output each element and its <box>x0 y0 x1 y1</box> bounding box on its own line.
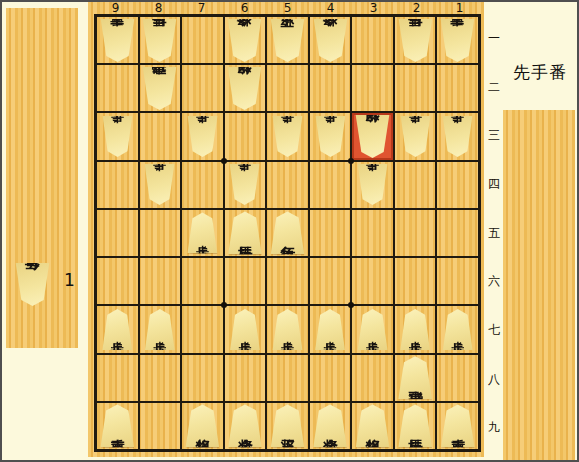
square-93[interactable]: 歩兵 <box>96 112 139 160</box>
square-28[interactable]: 飛車 <box>394 354 437 402</box>
piece-sente-金将-69[interactable]: 金将 <box>227 404 262 447</box>
piece-kanji: 香車 <box>110 425 125 427</box>
piece-kanji: 金将 <box>237 425 252 427</box>
shogi-board: 987654321 香車桂馬金将王将金将桂馬香車飛車銀将歩兵歩兵歩兵歩兵銀将歩兵… <box>88 2 484 457</box>
piece-kanji: 歩兵 <box>409 136 422 138</box>
square-86[interactable] <box>139 257 182 305</box>
square-24[interactable] <box>394 161 437 209</box>
square-67[interactable]: 歩兵 <box>224 305 267 353</box>
square-12[interactable] <box>436 64 479 112</box>
piece-kanji: 王将 <box>280 39 295 41</box>
square-88[interactable] <box>139 354 182 402</box>
piece-kanji: 歩兵 <box>238 184 251 186</box>
square-41[interactable]: 金将 <box>309 16 352 64</box>
square-22[interactable] <box>394 64 437 112</box>
square-98[interactable] <box>96 354 139 402</box>
square-16[interactable] <box>436 257 479 305</box>
piece-kanji: 桂馬 <box>237 232 252 234</box>
square-34[interactable]: 歩兵 <box>351 161 394 209</box>
square-78[interactable] <box>181 354 224 402</box>
piece-kanji: 歩兵 <box>153 328 166 330</box>
piece-kanji: 銀将 <box>365 425 380 427</box>
square-52[interactable] <box>266 64 309 112</box>
rank-label-9: 九 <box>484 403 504 452</box>
piece-sente-香車-99[interactable]: 香車 <box>100 404 135 447</box>
square-59[interactable]: 玉将 <box>266 402 309 450</box>
gote-hand-piece-count: 1 <box>64 270 75 290</box>
square-94[interactable] <box>96 161 139 209</box>
square-53[interactable]: 歩兵 <box>266 112 309 160</box>
piece-kanji: 歩兵 <box>409 328 422 330</box>
square-47[interactable]: 歩兵 <box>309 305 352 353</box>
square-82[interactable]: 飛車 <box>139 64 182 112</box>
piece-gote-香車-91[interactable]: 香車 <box>100 19 135 62</box>
piece-kanji: 玉将 <box>280 425 295 427</box>
piece-kanji: 銀将 <box>237 87 252 89</box>
piece-kanji: 歩兵 <box>111 328 124 330</box>
piece-sente-飛車-28[interactable]: 飛車 <box>398 356 433 399</box>
piece-gote-銀将-33[interactable]: 銀将 <box>355 115 390 158</box>
piece-gote-歩兵-53[interactable]: 歩兵 <box>272 116 303 157</box>
piece-gote-歩兵-93[interactable]: 歩兵 <box>102 116 133 157</box>
square-81[interactable]: 桂馬 <box>139 16 182 64</box>
piece-sente-歩兵-75[interactable]: 歩兵 <box>187 212 218 253</box>
square-84[interactable]: 歩兵 <box>139 161 182 209</box>
square-13[interactable]: 歩兵 <box>436 112 479 160</box>
piece-kanji: 香車 <box>450 39 465 41</box>
square-23[interactable]: 歩兵 <box>394 112 437 160</box>
square-57[interactable]: 歩兵 <box>266 305 309 353</box>
piece-sente-歩兵-57[interactable]: 歩兵 <box>272 309 303 350</box>
square-96[interactable] <box>96 257 139 305</box>
piece-sente-銀将-39[interactable]: 銀将 <box>355 404 390 447</box>
square-45[interactable] <box>309 209 352 257</box>
piece-gote-金将-61[interactable]: 金将 <box>227 19 262 62</box>
piece-kanji: 歩兵 <box>281 328 294 330</box>
piece-sente-角行-55[interactable]: 角行 <box>270 211 305 254</box>
shogi-app-window: 角行 1 987654321 香車桂馬金将王将金将桂馬香車飛車銀将歩兵歩兵歩兵歩… <box>0 0 579 462</box>
square-55[interactable]: 角行 <box>266 209 309 257</box>
square-68[interactable] <box>224 354 267 402</box>
piece-sente-歩兵-47[interactable]: 歩兵 <box>315 309 346 350</box>
piece-kanji: 歩兵 <box>111 136 124 138</box>
square-73[interactable]: 歩兵 <box>181 112 224 160</box>
square-54[interactable] <box>266 161 309 209</box>
square-75[interactable]: 歩兵 <box>181 209 224 257</box>
square-62[interactable]: 銀将 <box>224 64 267 112</box>
square-39[interactable]: 銀将 <box>351 402 394 450</box>
piece-kanji: 銀将 <box>195 425 210 427</box>
square-36[interactable] <box>351 257 394 305</box>
piece-kanji: 角行 <box>280 232 295 234</box>
piece-kanji: 銀将 <box>365 136 380 138</box>
sente-captured-piece-stand <box>503 110 575 460</box>
square-79[interactable]: 銀将 <box>181 402 224 450</box>
piece-kanji: 飛車 <box>408 377 423 379</box>
piece-kanji: 歩兵 <box>238 328 251 330</box>
piece-gote-歩兵-64[interactable]: 歩兵 <box>229 164 260 205</box>
piece-gote-王将-51[interactable]: 王将 <box>270 19 305 62</box>
square-83[interactable] <box>139 112 182 160</box>
square-35[interactable] <box>351 209 394 257</box>
piece-sente-香車-19[interactable]: 香車 <box>440 404 475 447</box>
square-43[interactable]: 歩兵 <box>309 112 352 160</box>
rank-label-8: 八 <box>484 355 504 404</box>
square-66[interactable] <box>224 257 267 305</box>
piece-gote-歩兵-23[interactable]: 歩兵 <box>400 116 431 157</box>
square-46[interactable] <box>309 257 352 305</box>
piece-gote-歩兵-73[interactable]: 歩兵 <box>187 116 218 157</box>
rank-label-1: 一 <box>484 14 504 63</box>
piece-gote-桂馬-21[interactable]: 桂馬 <box>398 19 433 62</box>
square-74[interactable] <box>181 161 224 209</box>
piece-kanji: 金将 <box>237 39 252 41</box>
piece-gote-歩兵-84[interactable]: 歩兵 <box>144 164 175 205</box>
square-17[interactable]: 歩兵 <box>436 305 479 353</box>
square-71[interactable] <box>181 16 224 64</box>
square-89[interactable] <box>139 402 182 450</box>
piece-kanji: 桂馬 <box>408 425 423 427</box>
square-15[interactable] <box>436 209 479 257</box>
piece-kanji: 金将 <box>323 39 338 41</box>
square-64[interactable]: 歩兵 <box>224 161 267 209</box>
piece-kanji: 飛車 <box>152 87 167 89</box>
square-33[interactable]: 銀将 <box>351 112 394 160</box>
piece-gote-桂馬-81[interactable]: 桂馬 <box>142 19 177 62</box>
piece-kanji: 歩兵 <box>366 328 379 330</box>
rank-label-4: 四 <box>484 160 504 209</box>
piece-kanji: 桂馬 <box>408 39 423 41</box>
square-85[interactable] <box>139 209 182 257</box>
square-69[interactable]: 金将 <box>224 402 267 450</box>
square-49[interactable]: 金将 <box>309 402 352 450</box>
piece-kanji: 桂馬 <box>152 39 167 41</box>
piece-kanji: 歩兵 <box>196 232 209 234</box>
square-76[interactable] <box>181 257 224 305</box>
hoshi-dot-1 <box>221 158 227 164</box>
piece-kanji: 歩兵 <box>451 136 464 138</box>
square-42[interactable] <box>309 64 352 112</box>
rank-label-3: 三 <box>484 111 504 160</box>
square-26[interactable] <box>394 257 437 305</box>
piece-sente-桂馬-29[interactable]: 桂馬 <box>398 404 433 447</box>
piece-kanji: 歩兵 <box>281 136 294 138</box>
piece-kanji: 香車 <box>110 39 125 41</box>
piece-gote-歩兵-13[interactable]: 歩兵 <box>442 116 473 157</box>
piece-sente-歩兵-87[interactable]: 歩兵 <box>144 309 175 350</box>
hoshi-dot-2 <box>348 158 354 164</box>
piece-sente-歩兵-37[interactable]: 歩兵 <box>357 309 388 350</box>
square-99[interactable]: 香車 <box>96 402 139 450</box>
rank-label-5: 五 <box>484 209 504 258</box>
square-19[interactable]: 香車 <box>436 402 479 450</box>
piece-gote-歩兵-34[interactable]: 歩兵 <box>357 164 388 205</box>
piece-gote-歩兵-43[interactable]: 歩兵 <box>315 116 346 157</box>
square-77[interactable] <box>181 305 224 353</box>
square-91[interactable]: 香車 <box>96 16 139 64</box>
square-32[interactable] <box>351 64 394 112</box>
square-21[interactable]: 桂馬 <box>394 16 437 64</box>
square-58[interactable] <box>266 354 309 402</box>
gote-captured-piece-stand: 角行 1 <box>6 8 78 348</box>
hand-piece-kanji: 角行 <box>25 284 40 286</box>
piece-kanji: 歩兵 <box>324 328 337 330</box>
piece-gote-香車-11[interactable]: 香車 <box>440 19 475 62</box>
square-44[interactable] <box>309 161 352 209</box>
square-72[interactable] <box>181 64 224 112</box>
hoshi-dot-4 <box>348 302 354 308</box>
square-63[interactable] <box>224 112 267 160</box>
square-18[interactable] <box>436 354 479 402</box>
square-14[interactable] <box>436 161 479 209</box>
piece-kanji: 歩兵 <box>196 136 209 138</box>
piece-sente-歩兵-27[interactable]: 歩兵 <box>400 309 431 350</box>
square-65[interactable]: 桂馬 <box>224 209 267 257</box>
square-31[interactable] <box>351 16 394 64</box>
piece-kanji: 歩兵 <box>324 136 337 138</box>
piece-kanji: 歩兵 <box>366 184 379 186</box>
rank-label-2: 二 <box>484 63 504 112</box>
square-37[interactable]: 歩兵 <box>351 305 394 353</box>
square-11[interactable]: 香車 <box>436 16 479 64</box>
piece-gote-飛車-82[interactable]: 飛車 <box>142 67 177 110</box>
piece-sente-歩兵-67[interactable]: 歩兵 <box>229 309 260 350</box>
square-97[interactable]: 歩兵 <box>96 305 139 353</box>
piece-kanji: 歩兵 <box>451 328 464 330</box>
square-61[interactable]: 金将 <box>224 16 267 64</box>
piece-sente-桂馬-65[interactable]: 桂馬 <box>227 211 262 254</box>
rank-label-6: 六 <box>484 257 504 306</box>
piece-sente-玉将-59[interactable]: 玉将 <box>270 404 305 447</box>
square-56[interactable] <box>266 257 309 305</box>
piece-kanji: 香車 <box>450 425 465 427</box>
rank-kanji-labels: 一二三四五六七八九 <box>484 14 504 452</box>
piece-gote-金将-41[interactable]: 金将 <box>313 19 348 62</box>
square-87[interactable]: 歩兵 <box>139 305 182 353</box>
piece-sente-金将-49[interactable]: 金将 <box>313 404 348 447</box>
square-95[interactable] <box>96 209 139 257</box>
turn-indicator: 先手番 <box>504 61 576 84</box>
square-51[interactable]: 王将 <box>266 16 309 64</box>
square-48[interactable] <box>309 354 352 402</box>
piece-sente-銀将-79[interactable]: 銀将 <box>185 404 220 447</box>
piece-sente-歩兵-17[interactable]: 歩兵 <box>442 309 473 350</box>
square-27[interactable]: 歩兵 <box>394 305 437 353</box>
square-92[interactable] <box>96 64 139 112</box>
piece-kanji: 歩兵 <box>153 184 166 186</box>
piece-gote-銀将-62[interactable]: 銀将 <box>227 67 262 110</box>
board-grid: 香車桂馬金将王将金将桂馬香車飛車銀将歩兵歩兵歩兵歩兵銀将歩兵歩兵歩兵歩兵歩兵歩兵… <box>94 14 481 452</box>
hoshi-dot-3 <box>221 302 227 308</box>
gote-hand-piece-bishop[interactable]: 角行 <box>15 263 50 306</box>
square-38[interactable] <box>351 354 394 402</box>
square-25[interactable] <box>394 209 437 257</box>
rank-label-7: 七 <box>484 306 504 355</box>
piece-sente-歩兵-97[interactable]: 歩兵 <box>102 309 133 350</box>
piece-kanji: 金将 <box>323 425 338 427</box>
square-29[interactable]: 桂馬 <box>394 402 437 450</box>
